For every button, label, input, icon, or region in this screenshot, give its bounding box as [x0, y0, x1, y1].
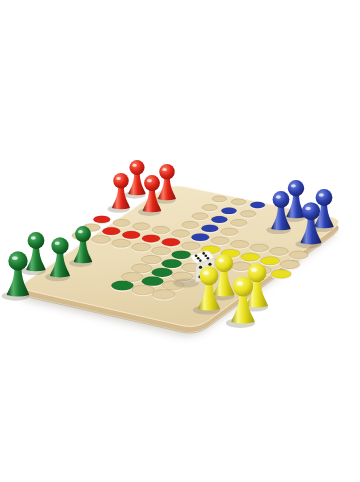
pawn-body [287, 195, 306, 218]
pawn-head [302, 202, 320, 220]
pawn-green[interactable] [21, 232, 45, 275]
pawn-highlight [305, 207, 310, 211]
pawn-highlight [203, 271, 209, 275]
track-cell[interactable] [182, 221, 199, 228]
pawn-highlight [251, 268, 257, 272]
goal-cell-green[interactable] [142, 277, 164, 286]
goal-cell-red[interactable] [102, 227, 120, 235]
pawn-head [316, 189, 333, 206]
die-pip [205, 255, 208, 258]
pawn-highlight [55, 241, 60, 244]
track-cell[interactable] [211, 237, 229, 245]
die-pip [208, 263, 211, 266]
pawn-highlight [147, 179, 152, 182]
track-cell[interactable] [250, 244, 268, 252]
goal-cell-red[interactable] [142, 235, 160, 243]
track-cell[interactable] [221, 228, 238, 235]
board-scene [0, 0, 360, 482]
pawn-head [28, 232, 45, 249]
track-cell[interactable] [121, 272, 142, 281]
track-cell[interactable] [132, 243, 151, 251]
goal-cell-green[interactable] [152, 268, 173, 277]
pawn-highlight [78, 230, 83, 233]
goal-cell-green[interactable] [172, 251, 191, 259]
goal-cell-yellow[interactable] [241, 253, 260, 261]
track-cell[interactable] [112, 239, 131, 247]
die-pip [199, 266, 202, 269]
pawn-head [159, 164, 174, 179]
die-pip [199, 259, 202, 262]
pawn-head [273, 191, 290, 208]
start-cell-red[interactable] [93, 216, 110, 223]
track-cell[interactable] [231, 219, 247, 226]
die-pip [195, 255, 198, 258]
track-cell[interactable] [132, 285, 154, 295]
track-cell[interactable] [92, 235, 111, 243]
track-cell[interactable] [152, 226, 169, 233]
pawn-highlight [237, 281, 243, 285]
pawn-highlight [31, 236, 36, 239]
pawn-body [112, 187, 130, 209]
die-pip [207, 257, 210, 260]
goal-cell-blue[interactable] [211, 216, 227, 223]
pawn-head [113, 173, 128, 188]
goal-cell-blue[interactable] [201, 225, 218, 232]
track-cell[interactable] [152, 290, 175, 300]
track-cell[interactable] [231, 240, 249, 248]
pawn-highlight [12, 256, 18, 260]
pawn-head [8, 251, 27, 270]
pawn-highlight [162, 168, 167, 171]
pawn-highlight [218, 259, 223, 263]
track-cell[interactable] [212, 196, 226, 202]
pawn-head [215, 254, 233, 272]
track-cell[interactable] [131, 264, 152, 273]
pawn-body [26, 247, 46, 271]
track-cell[interactable] [113, 219, 130, 226]
track-cell[interactable] [240, 211, 256, 218]
track-cell[interactable] [270, 247, 288, 255]
track-cell[interactable] [172, 230, 190, 238]
track-cell[interactable] [142, 255, 162, 264]
goal-cell-red[interactable] [122, 231, 140, 239]
goal-cell-red[interactable] [162, 238, 180, 246]
track-cell[interactable] [231, 262, 251, 271]
pawn-highlight [276, 195, 281, 198]
die-pip [202, 252, 205, 255]
pawn-highlight [132, 164, 137, 167]
track-cell[interactable] [231, 199, 246, 205]
goal-cell-green[interactable] [162, 259, 182, 268]
pawn-highlight [116, 177, 121, 180]
goal-cell-blue[interactable] [191, 233, 209, 241]
pawn-head [75, 226, 91, 242]
track-cell[interactable] [280, 260, 299, 268]
center-cell[interactable] [182, 242, 200, 250]
pawn-green[interactable] [2, 251, 30, 300]
pawn-head [200, 266, 219, 285]
track-cell[interactable] [202, 204, 217, 211]
pawn-head [129, 160, 144, 175]
pawn-highlight [319, 193, 324, 196]
pawn-head [144, 175, 160, 191]
goal-cell-yellow[interactable] [261, 257, 280, 265]
start-cell-yellow[interactable] [271, 270, 291, 279]
track-cell[interactable] [290, 251, 309, 259]
start-cell-blue[interactable] [250, 202, 265, 208]
pawn-body [128, 174, 146, 196]
track-cell[interactable] [152, 247, 171, 255]
pawn-head [248, 263, 267, 282]
pawn-highlight [291, 184, 296, 187]
track-cell[interactable] [133, 223, 150, 230]
track-cell[interactable] [192, 213, 208, 220]
goal-cell-blue[interactable] [221, 207, 236, 214]
start-cell-green[interactable] [111, 281, 133, 291]
pawn-head [51, 237, 68, 254]
pawn-head [233, 276, 253, 296]
pawn-head [288, 180, 304, 196]
ludo-board-photo [0, 0, 360, 482]
die-pip [197, 257, 200, 260]
